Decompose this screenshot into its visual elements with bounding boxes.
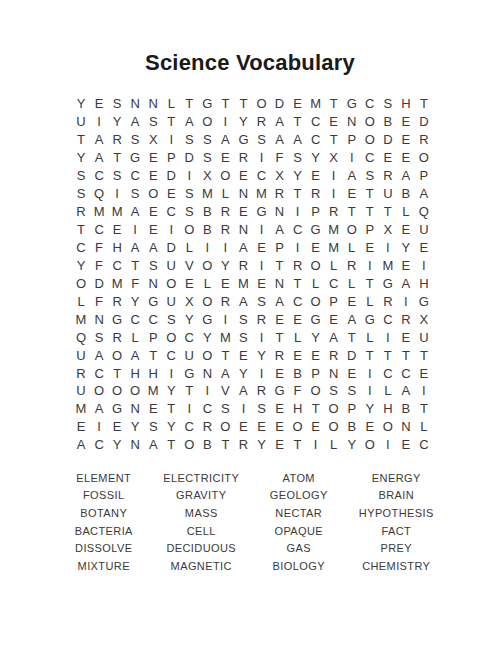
grid-cell-r5c19[interactable]: A [397, 167, 415, 185]
grid-cell-r17c19[interactable]: A [397, 382, 415, 400]
grid-cell-r2c14[interactable]: C [307, 113, 325, 131]
grid-cell-r6c17[interactable]: T [361, 185, 379, 203]
grid-cell-r19c12[interactable]: E [271, 418, 289, 436]
grid-cell-r19c2[interactable]: I [90, 418, 108, 436]
grid-cell-r15c11[interactable]: Y [252, 346, 270, 364]
grid-cell-r8c3[interactable]: E [108, 221, 126, 239]
grid-cell-r8c15[interactable]: M [325, 221, 343, 239]
grid-cell-r11c7[interactable]: E [180, 274, 198, 292]
grid-cell-r16c7[interactable]: G [180, 364, 198, 382]
grid-cell-r4c16[interactable]: I [343, 149, 361, 167]
grid-cell-r13c16[interactable]: A [343, 310, 361, 328]
grid-cell-r4c7[interactable]: D [180, 149, 198, 167]
grid-cell-r10c5[interactable]: S [144, 256, 162, 274]
grid-cell-r15c1[interactable]: U [72, 346, 90, 364]
grid-cell-r2c4[interactable]: A [126, 113, 144, 131]
grid-cell-r3c1[interactable]: T [72, 131, 90, 149]
grid-cell-r3c12[interactable]: A [271, 131, 289, 149]
grid-cell-r15c13[interactable]: E [289, 346, 307, 364]
grid-cell-r18c3[interactable]: G [108, 400, 126, 418]
grid-cell-r5c3[interactable]: S [108, 167, 126, 185]
grid-cell-r18c11[interactable]: S [252, 400, 270, 418]
grid-cell-r11c11[interactable]: E [252, 274, 270, 292]
grid-cell-r8c2[interactable]: C [90, 221, 108, 239]
grid-cell-r14c11[interactable]: I [252, 328, 270, 346]
grid-cell-r6c19[interactable]: B [397, 185, 415, 203]
grid-cell-r16c15[interactable]: N [325, 364, 343, 382]
grid-cell-r17c20[interactable]: I [415, 382, 433, 400]
grid-cell-r1c5[interactable]: N [144, 95, 162, 113]
grid-cell-r20c20[interactable]: C [415, 436, 433, 454]
grid-cell-r15c16[interactable]: D [343, 346, 361, 364]
grid-cell-r11c17[interactable]: T [361, 274, 379, 292]
grid-cell-r19c4[interactable]: Y [126, 418, 144, 436]
grid-cell-r19c3[interactable]: E [108, 418, 126, 436]
grid-cell-r15c17[interactable]: T [361, 346, 379, 364]
grid-cell-r1c17[interactable]: C [361, 95, 379, 113]
grid-cell-r7c3[interactable]: M [108, 203, 126, 221]
grid-cell-r2c10[interactable]: Y [234, 113, 252, 131]
grid-cell-r5c4[interactable]: C [126, 167, 144, 185]
grid-cell-r18c6[interactable]: T [162, 400, 180, 418]
grid-cell-r10c8[interactable]: O [198, 256, 216, 274]
grid-cell-r10c11[interactable]: I [252, 256, 270, 274]
grid-cell-r3c16[interactable]: P [343, 131, 361, 149]
grid-cell-r2c12[interactable]: A [271, 113, 289, 131]
grid-cell-r12c7[interactable]: X [180, 292, 198, 310]
grid-cell-r12c10[interactable]: A [234, 292, 252, 310]
grid-cell-r16c13[interactable]: B [289, 364, 307, 382]
grid-cell-r14c9[interactable]: M [216, 328, 234, 346]
grid-cell-r10c12[interactable]: T [271, 256, 289, 274]
grid-cell-r12c5[interactable]: G [144, 292, 162, 310]
grid-cell-r4c8[interactable]: S [198, 149, 216, 167]
grid-cell-r10c14[interactable]: O [307, 256, 325, 274]
grid-cell-r5c18[interactable]: R [379, 167, 397, 185]
grid-cell-r10c1[interactable]: Y [72, 256, 90, 274]
grid-cell-r9c11[interactable]: E [252, 239, 270, 257]
grid-cell-r10c19[interactable]: E [397, 256, 415, 274]
grid-cell-r4c14[interactable]: Y [307, 149, 325, 167]
grid-cell-r6c12[interactable]: R [271, 185, 289, 203]
grid-cell-r17c13[interactable]: F [289, 382, 307, 400]
grid-cell-r13c18[interactable]: C [379, 310, 397, 328]
grid-cell-r2c9[interactable]: I [216, 113, 234, 131]
grid-cell-r5c10[interactable]: E [234, 167, 252, 185]
grid-cell-r13c2[interactable]: N [90, 310, 108, 328]
grid-cell-r20c5[interactable]: A [144, 436, 162, 454]
grid-cell-r18c2[interactable]: A [90, 400, 108, 418]
grid-cell-r14c8[interactable]: Y [198, 328, 216, 346]
grid-cell-r4c20[interactable]: O [415, 149, 433, 167]
grid-cell-r14c3[interactable]: R [108, 328, 126, 346]
grid-cell-r7c4[interactable]: A [126, 203, 144, 221]
grid-cell-r13c10[interactable]: S [234, 310, 252, 328]
grid-cell-r5c20[interactable]: P [415, 167, 433, 185]
grid-cell-r11c15[interactable]: C [325, 274, 343, 292]
grid-cell-r11c20[interactable]: H [415, 274, 433, 292]
grid-cell-r9c3[interactable]: H [108, 239, 126, 257]
grid-cell-r7c2[interactable]: M [90, 203, 108, 221]
grid-cell-r1c11[interactable]: O [252, 95, 270, 113]
grid-cell-r8c1[interactable]: T [72, 221, 90, 239]
grid-cell-r2c7[interactable]: A [180, 113, 198, 131]
grid-cell-r15c6[interactable]: C [162, 346, 180, 364]
grid-cell-r5c17[interactable]: S [361, 167, 379, 185]
grid-cell-r6c18[interactable]: U [379, 185, 397, 203]
grid-cell-r12c8[interactable]: O [198, 292, 216, 310]
grid-cell-r19c16[interactable]: B [343, 418, 361, 436]
grid-cell-r11c19[interactable]: A [397, 274, 415, 292]
grid-cell-r19c1[interactable]: E [72, 418, 90, 436]
grid-cell-r2c15[interactable]: E [325, 113, 343, 131]
grid-cell-r16c5[interactable]: H [144, 364, 162, 382]
grid-cell-r14c17[interactable]: L [361, 328, 379, 346]
grid-cell-r16c6[interactable]: I [162, 364, 180, 382]
grid-cell-r6c20[interactable]: A [415, 185, 433, 203]
grid-cell-r8c8[interactable]: B [198, 221, 216, 239]
grid-cell-r12c17[interactable]: L [361, 292, 379, 310]
grid-cell-r20c14[interactable]: I [307, 436, 325, 454]
grid-cell-r10c20[interactable]: I [415, 256, 433, 274]
grid-cell-r1c20[interactable]: T [415, 95, 433, 113]
grid-cell-r17c14[interactable]: O [307, 382, 325, 400]
grid-cell-r7c18[interactable]: T [379, 203, 397, 221]
grid-cell-r6c8[interactable]: M [198, 185, 216, 203]
grid-cell-r11c8[interactable]: L [198, 274, 216, 292]
grid-cell-r8c16[interactable]: O [343, 221, 361, 239]
grid-cell-r6c5[interactable]: O [144, 185, 162, 203]
grid-cell-r13c14[interactable]: G [307, 310, 325, 328]
grid-cell-r5c6[interactable]: D [162, 167, 180, 185]
grid-cell-r16c17[interactable]: I [361, 364, 379, 382]
grid-cell-r11c16[interactable]: L [343, 274, 361, 292]
grid-cell-r13c12[interactable]: E [271, 310, 289, 328]
grid-cell-r7c12[interactable]: N [271, 203, 289, 221]
grid-cell-r1c13[interactable]: E [289, 95, 307, 113]
grid-cell-r13c15[interactable]: E [325, 310, 343, 328]
grid-cell-r18c15[interactable]: O [325, 400, 343, 418]
grid-cell-r18c18[interactable]: H [379, 400, 397, 418]
grid-cell-r5c1[interactable]: S [72, 167, 90, 185]
grid-cell-r15c12[interactable]: R [271, 346, 289, 364]
grid-cell-r7c7[interactable]: S [180, 203, 198, 221]
grid-cell-r11c10[interactable]: M [234, 274, 252, 292]
grid-cell-r3c15[interactable]: T [325, 131, 343, 149]
grid-cell-r10c18[interactable]: M [379, 256, 397, 274]
grid-cell-r11c14[interactable]: L [307, 274, 325, 292]
grid-cell-r14c19[interactable]: E [397, 328, 415, 346]
grid-cell-r13c11[interactable]: R [252, 310, 270, 328]
grid-cell-r4c2[interactable]: A [90, 149, 108, 167]
grid-cell-r19c13[interactable]: O [289, 418, 307, 436]
grid-cell-r9c12[interactable]: P [271, 239, 289, 257]
grid-cell-r1c18[interactable]: S [379, 95, 397, 113]
grid-cell-r15c8[interactable]: O [198, 346, 216, 364]
grid-cell-r10c2[interactable]: F [90, 256, 108, 274]
grid-cell-r2c20[interactable]: D [415, 113, 433, 131]
grid-cell-r14c4[interactable]: L [126, 328, 144, 346]
grid-cell-r11c5[interactable]: N [144, 274, 162, 292]
grid-cell-r2c18[interactable]: B [379, 113, 397, 131]
grid-cell-r18c8[interactable]: C [198, 400, 216, 418]
grid-cell-r7c17[interactable]: T [361, 203, 379, 221]
grid-cell-r19c6[interactable]: Y [162, 418, 180, 436]
grid-cell-r9c7[interactable]: L [180, 239, 198, 257]
grid-cell-r19c10[interactable]: E [234, 418, 252, 436]
grid-cell-r15c3[interactable]: O [108, 346, 126, 364]
grid-cell-r4c9[interactable]: E [216, 149, 234, 167]
grid-cell-r6c2[interactable]: Q [90, 185, 108, 203]
grid-cell-r12c9[interactable]: R [216, 292, 234, 310]
grid-cell-r17c11[interactable]: R [252, 382, 270, 400]
grid-cell-r17c10[interactable]: A [234, 382, 252, 400]
grid-cell-r7c5[interactable]: E [144, 203, 162, 221]
grid-cell-r4c11[interactable]: I [252, 149, 270, 167]
grid-cell-r19c7[interactable]: C [180, 418, 198, 436]
grid-cell-r18c19[interactable]: B [397, 400, 415, 418]
grid-cell-r20c9[interactable]: T [216, 436, 234, 454]
grid-cell-r1c8[interactable]: G [198, 95, 216, 113]
grid-cell-r20c2[interactable]: C [90, 436, 108, 454]
grid-cell-r10c3[interactable]: C [108, 256, 126, 274]
grid-cell-r1c7[interactable]: T [180, 95, 198, 113]
grid-cell-r17c2[interactable]: O [90, 382, 108, 400]
grid-cell-r20c18[interactable]: I [379, 436, 397, 454]
grid-cell-r19c17[interactable]: E [361, 418, 379, 436]
grid-cell-r2c3[interactable]: Y [108, 113, 126, 131]
grid-cell-r19c18[interactable]: O [379, 418, 397, 436]
grid-cell-r20c16[interactable]: Y [343, 436, 361, 454]
grid-cell-r16c1[interactable]: R [72, 364, 90, 382]
grid-cell-r8c13[interactable]: C [289, 221, 307, 239]
grid-cell-r1c15[interactable]: T [325, 95, 343, 113]
grid-cell-r12c13[interactable]: C [289, 292, 307, 310]
grid-cell-r13c19[interactable]: R [397, 310, 415, 328]
grid-cell-r14c13[interactable]: L [289, 328, 307, 346]
grid-cell-r13c3[interactable]: G [108, 310, 126, 328]
grid-cell-r18c20[interactable]: T [415, 400, 433, 418]
grid-cell-r20c4[interactable]: N [126, 436, 144, 454]
grid-cell-r9c13[interactable]: I [289, 239, 307, 257]
grid-cell-r1c6[interactable]: L [162, 95, 180, 113]
grid-cell-r14c18[interactable]: I [379, 328, 397, 346]
grid-cell-r7c9[interactable]: R [216, 203, 234, 221]
grid-cell-r18c5[interactable]: E [144, 400, 162, 418]
grid-cell-r9c20[interactable]: E [415, 239, 433, 257]
grid-cell-r14c7[interactable]: C [180, 328, 198, 346]
grid-cell-r20c12[interactable]: E [271, 436, 289, 454]
grid-cell-r4c17[interactable]: C [361, 149, 379, 167]
grid-cell-r3c18[interactable]: D [379, 131, 397, 149]
grid-cell-r7c16[interactable]: T [343, 203, 361, 221]
grid-cell-r12c6[interactable]: U [162, 292, 180, 310]
grid-cell-r8c14[interactable]: G [307, 221, 325, 239]
grid-cell-r16c19[interactable]: C [397, 364, 415, 382]
grid-cell-r18c1[interactable]: M [72, 400, 90, 418]
grid-cell-r17c9[interactable]: V [216, 382, 234, 400]
grid-cell-r17c17[interactable]: I [361, 382, 379, 400]
grid-cell-r9c10[interactable]: A [234, 239, 252, 257]
grid-cell-r9c4[interactable]: A [126, 239, 144, 257]
grid-cell-r19c8[interactable]: R [198, 418, 216, 436]
grid-cell-r11c18[interactable]: G [379, 274, 397, 292]
grid-cell-r11c9[interactable]: E [216, 274, 234, 292]
grid-cell-r2c6[interactable]: T [162, 113, 180, 131]
grid-cell-r4c19[interactable]: E [397, 149, 415, 167]
grid-cell-r12c1[interactable]: L [72, 292, 90, 310]
grid-cell-r16c18[interactable]: C [379, 364, 397, 382]
grid-cell-r8c9[interactable]: R [216, 221, 234, 239]
grid-cell-r18c4[interactable]: N [126, 400, 144, 418]
grid-cell-r6c1[interactable]: S [72, 185, 90, 203]
grid-cell-r12c20[interactable]: G [415, 292, 433, 310]
grid-cell-r9c16[interactable]: L [343, 239, 361, 257]
grid-cell-r3c13[interactable]: A [289, 131, 307, 149]
grid-cell-r19c19[interactable]: N [397, 418, 415, 436]
grid-cell-r2c19[interactable]: E [397, 113, 415, 131]
grid-cell-r14c14[interactable]: Y [307, 328, 325, 346]
grid-cell-r3c3[interactable]: R [108, 131, 126, 149]
grid-cell-r9c18[interactable]: I [379, 239, 397, 257]
grid-cell-r14c16[interactable]: T [343, 328, 361, 346]
grid-cell-r10c10[interactable]: R [234, 256, 252, 274]
grid-cell-r13c4[interactable]: C [126, 310, 144, 328]
grid-cell-r12c4[interactable]: Y [126, 292, 144, 310]
grid-cell-r2c5[interactable]: S [144, 113, 162, 131]
grid-cell-r17c8[interactable]: I [198, 382, 216, 400]
grid-cell-r2c11[interactable]: R [252, 113, 270, 131]
grid-cell-r1c14[interactable]: M [307, 95, 325, 113]
grid-cell-r20c11[interactable]: Y [252, 436, 270, 454]
grid-cell-r14c1[interactable]: Q [72, 328, 90, 346]
grid-cell-r9c9[interactable]: I [216, 239, 234, 257]
grid-cell-r15c18[interactable]: T [379, 346, 397, 364]
grid-cell-r13c17[interactable]: G [361, 310, 379, 328]
grid-cell-r15c4[interactable]: A [126, 346, 144, 364]
grid-cell-r7c20[interactable]: Q [415, 203, 433, 221]
grid-cell-r1c1[interactable]: Y [72, 95, 90, 113]
grid-cell-r5c12[interactable]: X [271, 167, 289, 185]
grid-cell-r5c7[interactable]: I [180, 167, 198, 185]
grid-cell-r3c4[interactable]: S [126, 131, 144, 149]
grid-cell-r19c20[interactable]: L [415, 418, 433, 436]
grid-cell-r20c8[interactable]: B [198, 436, 216, 454]
grid-cell-r12c16[interactable]: E [343, 292, 361, 310]
grid-cell-r17c12[interactable]: G [271, 382, 289, 400]
grid-cell-r15c10[interactable]: E [234, 346, 252, 364]
grid-cell-r17c18[interactable]: L [379, 382, 397, 400]
grid-cell-r12c12[interactable]: A [271, 292, 289, 310]
grid-cell-r8c20[interactable]: U [415, 221, 433, 239]
grid-cell-r7c11[interactable]: G [252, 203, 270, 221]
grid-cell-r16c16[interactable]: E [343, 364, 361, 382]
grid-cell-r6c7[interactable]: S [180, 185, 198, 203]
grid-cell-r16c9[interactable]: A [216, 364, 234, 382]
grid-cell-r3c11[interactable]: S [252, 131, 270, 149]
grid-cell-r15c5[interactable]: T [144, 346, 162, 364]
grid-cell-r20c13[interactable]: T [289, 436, 307, 454]
grid-cell-r20c15[interactable]: L [325, 436, 343, 454]
grid-cell-r20c17[interactable]: O [361, 436, 379, 454]
grid-cell-r9c5[interactable]: A [144, 239, 162, 257]
grid-cell-r7c13[interactable]: I [289, 203, 307, 221]
grid-cell-r12c11[interactable]: S [252, 292, 270, 310]
grid-cell-r3c8[interactable]: S [198, 131, 216, 149]
grid-cell-r15c7[interactable]: U [180, 346, 198, 364]
grid-cell-r20c1[interactable]: A [72, 436, 90, 454]
grid-cell-r8c18[interactable]: X [379, 221, 397, 239]
grid-cell-r19c5[interactable]: S [144, 418, 162, 436]
grid-cell-r18c17[interactable]: Y [361, 400, 379, 418]
grid-cell-r14c10[interactable]: S [234, 328, 252, 346]
grid-cell-r8c12[interactable]: A [271, 221, 289, 239]
grid-cell-r11c13[interactable]: T [289, 274, 307, 292]
grid-cell-r15c14[interactable]: E [307, 346, 325, 364]
grid-cell-r6c6[interactable]: E [162, 185, 180, 203]
grid-cell-r17c6[interactable]: Y [162, 382, 180, 400]
grid-cell-r1c2[interactable]: E [90, 95, 108, 113]
grid-cell-r16c2[interactable]: C [90, 364, 108, 382]
grid-cell-r3c19[interactable]: E [397, 131, 415, 149]
grid-cell-r10c16[interactable]: R [343, 256, 361, 274]
grid-cell-r10c4[interactable]: T [126, 256, 144, 274]
grid-cell-r16c14[interactable]: P [307, 364, 325, 382]
grid-cell-r5c8[interactable]: X [198, 167, 216, 185]
grid-cell-r4c18[interactable]: E [379, 149, 397, 167]
grid-cell-r18c16[interactable]: P [343, 400, 361, 418]
grid-cell-r8c4[interactable]: I [126, 221, 144, 239]
grid-cell-r8c7[interactable]: O [180, 221, 198, 239]
grid-cell-r1c16[interactable]: G [343, 95, 361, 113]
grid-cell-r13c1[interactable]: M [72, 310, 90, 328]
grid-cell-r17c16[interactable]: S [343, 382, 361, 400]
grid-cell-r4c15[interactable]: X [325, 149, 343, 167]
grid-cell-r7c1[interactable]: R [72, 203, 90, 221]
grid-cell-r5c11[interactable]: C [252, 167, 270, 185]
grid-cell-r20c3[interactable]: Y [108, 436, 126, 454]
grid-cell-r1c4[interactable]: N [126, 95, 144, 113]
grid-cell-r6c10[interactable]: N [234, 185, 252, 203]
grid-cell-r15c9[interactable]: T [216, 346, 234, 364]
grid-cell-r7c19[interactable]: L [397, 203, 415, 221]
grid-cell-r16c20[interactable]: E [415, 364, 433, 382]
grid-cell-r15c20[interactable]: T [415, 346, 433, 364]
grid-cell-r4c10[interactable]: R [234, 149, 252, 167]
grid-cell-r17c1[interactable]: U [72, 382, 90, 400]
grid-cell-r1c3[interactable]: S [108, 95, 126, 113]
grid-cell-r2c8[interactable]: O [198, 113, 216, 131]
grid-cell-r3c9[interactable]: A [216, 131, 234, 149]
grid-cell-r14c5[interactable]: P [144, 328, 162, 346]
grid-cell-r13c13[interactable]: E [289, 310, 307, 328]
grid-cell-r14c20[interactable]: U [415, 328, 433, 346]
grid-cell-r13c5[interactable]: C [144, 310, 162, 328]
grid-cell-r3c5[interactable]: X [144, 131, 162, 149]
grid-cell-r16c8[interactable]: N [198, 364, 216, 382]
grid-cell-r7c14[interactable]: P [307, 203, 325, 221]
grid-cell-r16c10[interactable]: Y [234, 364, 252, 382]
grid-cell-r10c6[interactable]: U [162, 256, 180, 274]
grid-cell-r8c11[interactable]: I [252, 221, 270, 239]
grid-cell-r18c14[interactable]: T [307, 400, 325, 418]
grid-cell-r6c3[interactable]: I [108, 185, 126, 203]
grid-cell-r5c9[interactable]: O [216, 167, 234, 185]
grid-cell-r13c9[interactable]: I [216, 310, 234, 328]
grid-cell-r13c8[interactable]: G [198, 310, 216, 328]
grid-cell-r19c9[interactable]: O [216, 418, 234, 436]
grid-cell-r11c12[interactable]: N [271, 274, 289, 292]
